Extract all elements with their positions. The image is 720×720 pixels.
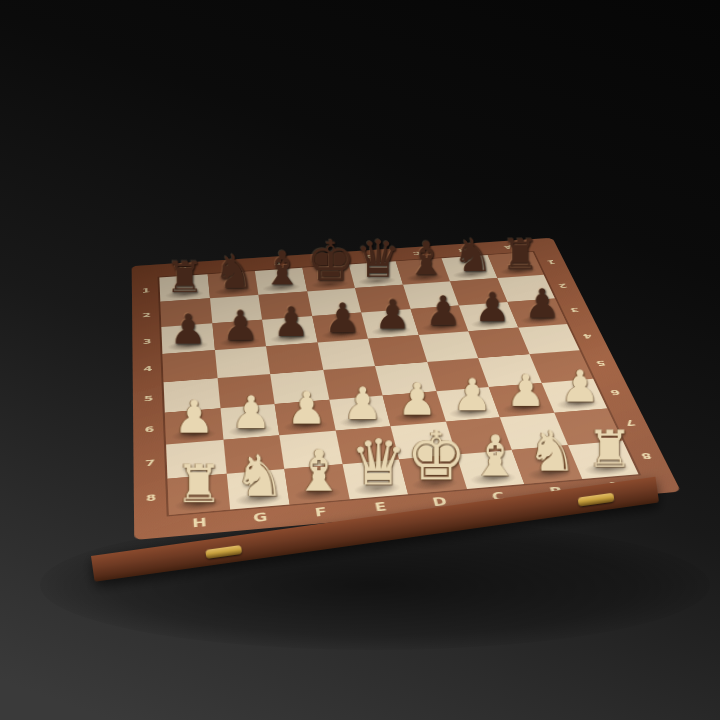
dark-queen-d1[interactable]: ♛ [355, 233, 401, 284]
square-a6[interactable]: ♟ [541, 379, 607, 413]
dark-king-e1[interactable]: ♚ [306, 233, 355, 288]
dark-knight-b1[interactable]: ♞ [453, 233, 494, 278]
square-g8[interactable]: ♞ [226, 469, 289, 510]
square-f8[interactable]: ♝ [284, 464, 349, 505]
square-h4[interactable] [162, 350, 217, 382]
dark-pawn-b3[interactable]: ♟ [474, 287, 510, 327]
brass-latch-icon [578, 493, 615, 507]
dark-knight-g1[interactable]: ♞ [213, 249, 255, 295]
square-e3[interactable]: ♟ [312, 312, 368, 342]
square-b8[interactable]: ♞ [512, 445, 582, 484]
left-rank-label-7: 7 [133, 444, 167, 481]
square-e8[interactable]: ♛ [342, 459, 408, 499]
dark-bishop-c1[interactable]: ♝ [405, 236, 446, 282]
dark-rook-h1[interactable]: ♜ [166, 256, 204, 299]
left-rank-label-2: 2 [132, 302, 161, 329]
dark-pawn-f3[interactable]: ♟ [273, 302, 310, 343]
square-d8[interactable]: ♚ [399, 454, 466, 494]
square-g6[interactable]: ♟ [220, 404, 279, 440]
square-b6[interactable]: ♟ [489, 383, 554, 418]
brass-latch-icon [205, 545, 242, 559]
square-g1[interactable]: ♞ [207, 271, 258, 298]
dark-rook-a1[interactable]: ♜ [501, 233, 538, 275]
square-f3[interactable]: ♟ [262, 316, 317, 346]
left-rank-label-1: 1 [132, 278, 160, 304]
square-d3[interactable]: ♟ [361, 309, 418, 339]
light-knight-b8[interactable]: ♞ [527, 424, 577, 480]
light-bishop-c8[interactable]: ♝ [470, 428, 520, 484]
light-pawn-c6[interactable]: ♟ [452, 373, 492, 417]
dark-pawn-h3[interactable]: ♟ [170, 309, 207, 350]
light-pawn-g6[interactable]: ♟ [231, 391, 271, 436]
square-b1[interactable]: ♞ [441, 255, 496, 281]
square-h6[interactable]: ♟ [165, 408, 223, 444]
square-f6[interactable]: ♟ [275, 399, 336, 435]
square-b4[interactable] [468, 327, 529, 358]
left-rank-label-3: 3 [132, 327, 162, 356]
left-rank-label-5: 5 [133, 382, 165, 415]
square-b3[interactable]: ♟ [459, 302, 518, 331]
square-d1[interactable]: ♛ [349, 261, 403, 288]
left-rank-label-8: 8 [134, 479, 169, 518]
light-rook-a8[interactable]: ♜ [586, 423, 632, 474]
light-bishop-f8[interactable]: ♝ [294, 443, 345, 500]
dark-pawn-d3[interactable]: ♟ [374, 294, 410, 335]
square-g4[interactable] [214, 346, 270, 378]
left-rank-label-4: 4 [133, 354, 164, 385]
square-h8[interactable]: ♜ [167, 474, 229, 515]
dark-bishop-f1[interactable]: ♝ [262, 245, 303, 291]
square-d4[interactable] [368, 335, 427, 366]
light-queen-e8[interactable]: ♛ [350, 431, 407, 494]
square-c1[interactable]: ♝ [395, 258, 450, 284]
square-h1[interactable]: ♜ [159, 274, 209, 301]
light-rook-h8[interactable]: ♜ [176, 457, 223, 510]
light-pawn-e6[interactable]: ♟ [342, 382, 382, 427]
light-pawn-b6[interactable]: ♟ [506, 369, 545, 413]
square-c3[interactable]: ♟ [410, 305, 468, 334]
square-h3[interactable]: ♟ [161, 323, 214, 353]
left-rank-label-6: 6 [133, 412, 166, 447]
square-f1[interactable]: ♝ [255, 268, 307, 295]
square-e4[interactable] [317, 338, 375, 370]
light-king-d8[interactable]: ♚ [406, 422, 467, 490]
dark-pawn-g3[interactable]: ♟ [222, 305, 259, 346]
square-f4[interactable] [266, 342, 323, 374]
light-pawn-h6[interactable]: ♟ [174, 395, 215, 440]
light-pawn-f6[interactable]: ♟ [287, 386, 327, 431]
dark-pawn-c3[interactable]: ♟ [425, 291, 461, 332]
dark-pawn-e3[interactable]: ♟ [324, 298, 361, 339]
square-a8[interactable]: ♜ [567, 440, 638, 479]
square-g3[interactable]: ♟ [212, 320, 266, 350]
light-pawn-a6[interactable]: ♟ [560, 365, 599, 409]
light-knight-g8[interactable]: ♞ [234, 448, 285, 505]
photo-background: HGFEDCBA HGFEDCBA 12345678 12345678 ♜♞♝♚… [0, 0, 720, 720]
square-e1[interactable]: ♚ [302, 265, 355, 292]
